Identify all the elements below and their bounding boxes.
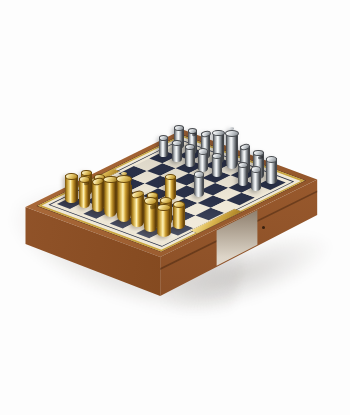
square-d2 bbox=[112, 203, 141, 215]
square-e4 bbox=[156, 193, 185, 205]
square-b4 bbox=[116, 179, 145, 191]
square-b5 bbox=[132, 171, 161, 183]
square-g2 bbox=[152, 218, 181, 230]
square-f3 bbox=[154, 206, 183, 218]
square-b8 bbox=[178, 148, 207, 160]
square-a2 bbox=[72, 189, 101, 201]
square-f2 bbox=[138, 213, 167, 225]
square-d3 bbox=[127, 196, 156, 208]
square-c1 bbox=[83, 206, 112, 218]
square-c8 bbox=[191, 153, 220, 165]
square-f7 bbox=[215, 175, 244, 187]
square-e5 bbox=[171, 186, 200, 198]
square-g4 bbox=[182, 203, 211, 215]
square-b2 bbox=[86, 194, 115, 206]
square-g3 bbox=[167, 211, 196, 223]
square-g8 bbox=[244, 173, 273, 185]
square-d4 bbox=[143, 188, 172, 200]
square-d1 bbox=[97, 211, 126, 223]
chess-set-scene: chess bbox=[0, 0, 350, 415]
square-a1 bbox=[57, 196, 86, 208]
square-d7 bbox=[189, 166, 218, 178]
square-a7 bbox=[149, 151, 178, 163]
square-e6 bbox=[187, 178, 216, 190]
square-a6 bbox=[134, 158, 163, 170]
square-f5 bbox=[185, 191, 214, 203]
square-e7 bbox=[202, 170, 231, 182]
rim-stud bbox=[262, 226, 265, 229]
square-c4 bbox=[130, 183, 159, 195]
square-f8 bbox=[231, 168, 260, 180]
square-g5 bbox=[198, 195, 227, 207]
square-a8 bbox=[165, 143, 194, 155]
square-h2 bbox=[165, 223, 194, 235]
square-g6 bbox=[213, 188, 242, 200]
square-e8 bbox=[217, 163, 246, 175]
square-h6 bbox=[226, 193, 255, 205]
square-b1 bbox=[70, 201, 99, 213]
square-e1 bbox=[110, 216, 139, 228]
square-g1 bbox=[136, 226, 165, 238]
square-b6 bbox=[147, 163, 176, 175]
square-c5 bbox=[145, 176, 174, 188]
square-d6 bbox=[174, 173, 203, 185]
square-a3 bbox=[88, 181, 117, 193]
square-d5 bbox=[158, 181, 187, 193]
square-c2 bbox=[99, 199, 128, 211]
square-h1 bbox=[149, 231, 178, 243]
square-f4 bbox=[169, 198, 198, 210]
square-b3 bbox=[101, 186, 130, 198]
square-a5 bbox=[119, 166, 148, 178]
square-h8 bbox=[257, 178, 286, 190]
square-g7 bbox=[229, 180, 258, 192]
square-f1 bbox=[123, 221, 152, 233]
square-c7 bbox=[176, 161, 205, 173]
square-e2 bbox=[125, 208, 154, 220]
square-f6 bbox=[200, 183, 229, 195]
square-b7 bbox=[163, 156, 192, 168]
square-h7 bbox=[242, 185, 271, 197]
square-c6 bbox=[160, 168, 189, 180]
square-d8 bbox=[204, 158, 233, 170]
square-c3 bbox=[114, 191, 143, 203]
square-e3 bbox=[141, 201, 170, 213]
